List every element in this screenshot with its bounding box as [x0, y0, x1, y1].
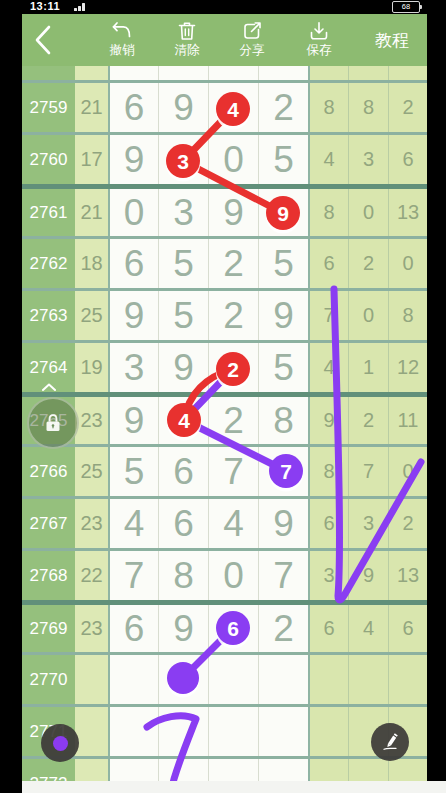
- digit-cell: 9: [158, 343, 208, 392]
- digit-cell: [258, 655, 308, 704]
- digit-cell: [158, 397, 208, 444]
- digit-cell: [208, 605, 258, 652]
- digit-cell: [108, 66, 158, 80]
- digit-cell: 5: [108, 447, 158, 496]
- clear-button[interactable]: 清除: [157, 19, 217, 63]
- stat-cell: 8: [308, 447, 348, 496]
- digit-cell: 2: [258, 83, 308, 132]
- stat-cell: [308, 655, 348, 704]
- digit-cell: 0: [208, 135, 258, 184]
- stat-cell: 9: [348, 551, 388, 600]
- digit-cell: 5: [258, 135, 308, 184]
- stat-cell: 3: [308, 551, 348, 600]
- table-row: 2764193954112: [22, 340, 427, 392]
- clear-label: 清除: [157, 43, 217, 57]
- digit-cell: 0: [208, 551, 258, 600]
- stat-cell: 7: [308, 291, 348, 340]
- stat-cell: 8: [348, 83, 388, 132]
- table-row: 2761210398013: [22, 184, 427, 236]
- sum-cell: [75, 655, 108, 704]
- stat-cell: 2: [388, 499, 427, 548]
- undo-button[interactable]: 撤销: [92, 19, 152, 63]
- digit-cell: 9: [258, 499, 308, 548]
- sum-cell: 23: [75, 499, 108, 548]
- bottom-sheet-edge: [22, 781, 446, 793]
- phone-screen: 13:11 68 撤销 清除: [0, 0, 446, 793]
- battery-icon: 68: [392, 1, 420, 13]
- period-cell: 2761: [22, 189, 75, 236]
- stat-cell: [308, 66, 348, 80]
- stat-cell: [348, 655, 388, 704]
- sum-cell: [75, 707, 108, 756]
- stat-cell: 13: [388, 189, 427, 236]
- digit-cell: [208, 655, 258, 704]
- stat-cell: [388, 655, 427, 704]
- digit-cell: [208, 343, 258, 392]
- period-cell: 2760: [22, 135, 75, 184]
- stat-cell: 0: [348, 291, 388, 340]
- digit-cell: 9: [108, 397, 158, 444]
- digit-cell: 8: [158, 551, 208, 600]
- stat-cell: 1: [348, 343, 388, 392]
- period-cell: 2763: [22, 291, 75, 340]
- period-cell: [22, 66, 75, 80]
- period-cell: 2768: [22, 551, 75, 600]
- digit-cell: 5: [258, 239, 308, 288]
- period-cell: 2762: [22, 239, 75, 288]
- trash-icon: [176, 20, 198, 42]
- digit-cell: [108, 655, 158, 704]
- table-row: 2770: [22, 652, 427, 704]
- stat-cell: [348, 66, 388, 80]
- undo-label: 撤销: [92, 43, 152, 57]
- clock: 13:11: [30, 0, 60, 12]
- sum-cell: 18: [75, 239, 108, 288]
- table-row: 276017905436: [22, 132, 427, 184]
- digit-cell: 9: [208, 189, 258, 236]
- digit-cell: 3: [158, 189, 208, 236]
- stat-cell: 6: [388, 605, 427, 652]
- table-row: [22, 66, 427, 80]
- digit-cell: 8: [258, 397, 308, 444]
- period-cell: 2764: [22, 343, 75, 392]
- sum-cell: 23: [75, 605, 108, 652]
- table-row: 276923692646: [22, 600, 427, 652]
- digit-cell: [258, 66, 308, 80]
- share-label: 分享: [222, 43, 282, 57]
- stat-cell: 0: [388, 447, 427, 496]
- digit-cell: 2: [208, 239, 258, 288]
- stat-cell: 0: [388, 239, 427, 288]
- share-icon: [241, 20, 263, 42]
- digit-cell: 7: [258, 551, 308, 600]
- digit-cell: [158, 135, 208, 184]
- lock-button[interactable]: [27, 397, 79, 449]
- stat-cell: 6: [388, 135, 427, 184]
- period-cell: 2770: [22, 655, 75, 704]
- digit-cell: [258, 447, 308, 496]
- digit-cell: 7: [208, 447, 258, 496]
- digit-cell: [258, 189, 308, 236]
- digit-cell: [258, 707, 308, 756]
- digit-cell: 5: [158, 291, 208, 340]
- pencil-icon: [379, 731, 401, 753]
- purple-color-swatch: [53, 736, 68, 751]
- stat-cell: 11: [388, 397, 427, 444]
- digit-cell: 3: [108, 343, 158, 392]
- period-cell: 2766: [22, 447, 75, 496]
- digit-cell: 2: [208, 291, 258, 340]
- period-cell: 2767: [22, 499, 75, 548]
- digit-cell: [208, 707, 258, 756]
- sum-cell: 21: [75, 83, 108, 132]
- back-button[interactable]: [34, 25, 52, 55]
- stat-cell: 3: [348, 135, 388, 184]
- stat-cell: 4: [308, 135, 348, 184]
- digit-cell: [158, 66, 208, 80]
- stat-cell: 6: [308, 605, 348, 652]
- stat-cell: [308, 707, 348, 756]
- stat-cell: [388, 66, 427, 80]
- digit-cell: 2: [208, 397, 258, 444]
- table-row: 2771: [22, 704, 427, 756]
- sum-cell: 17: [75, 135, 108, 184]
- stat-cell: 8: [308, 189, 348, 236]
- digit-cell: 6: [108, 83, 158, 132]
- signal-icon: [74, 3, 85, 11]
- sum-cell: [75, 66, 108, 80]
- digit-cell: [208, 83, 258, 132]
- table-row: 2767234649632: [22, 496, 427, 548]
- stat-cell: 2: [388, 83, 427, 132]
- stat-cell: 9: [308, 397, 348, 444]
- tutorial-button[interactable]: 教程: [362, 14, 422, 66]
- stat-cell: 13: [388, 551, 427, 600]
- period-cell: 2769: [22, 605, 75, 652]
- digit-cell: 9: [258, 291, 308, 340]
- sum-cell: 25: [75, 447, 108, 496]
- lock-icon: [42, 412, 64, 434]
- download-icon: [308, 20, 330, 42]
- status-bar: 13:11 68: [0, 0, 446, 14]
- app-window: 撤销 清除 分享: [22, 14, 427, 793]
- table-row: 275921692882: [22, 80, 427, 132]
- period-cell: 2759: [22, 83, 75, 132]
- digit-cell: 5: [258, 343, 308, 392]
- digit-cell: 0: [108, 189, 158, 236]
- pen-color-button[interactable]: [41, 724, 79, 762]
- digit-cell: 6: [108, 239, 158, 288]
- share-button[interactable]: 分享: [222, 19, 282, 63]
- digit-cell: 6: [158, 447, 208, 496]
- stat-cell: 4: [308, 343, 348, 392]
- sum-cell: 19: [75, 343, 108, 392]
- digit-cell: [208, 66, 258, 80]
- digit-cell: 7: [108, 551, 158, 600]
- stat-cell: 12: [388, 343, 427, 392]
- stat-cell: 6: [308, 499, 348, 548]
- digit-cell: 9: [158, 605, 208, 652]
- digit-cell: [108, 707, 158, 756]
- sum-cell: 23: [75, 397, 108, 444]
- stat-cell: 8: [388, 291, 427, 340]
- table-row: 276625567870: [22, 444, 427, 496]
- draw-tool-button[interactable]: [371, 723, 409, 761]
- sum-cell: 25: [75, 291, 108, 340]
- sum-cell: 21: [75, 189, 108, 236]
- sum-cell: 22: [75, 551, 108, 600]
- collapse-caret-icon[interactable]: [41, 383, 57, 391]
- digit-cell: 9: [108, 291, 158, 340]
- stat-cell: 7: [348, 447, 388, 496]
- digit-cell: 2: [258, 605, 308, 652]
- undo-icon: [111, 20, 133, 42]
- stat-cell: 0: [348, 189, 388, 236]
- save-button[interactable]: 保存: [289, 19, 349, 63]
- digit-cell: 4: [108, 499, 158, 548]
- digit-cell: [158, 655, 208, 704]
- toolbar: 撤销 清除 分享: [22, 14, 427, 66]
- stat-cell: 3: [348, 499, 388, 548]
- save-label: 保存: [289, 43, 349, 57]
- digit-cell: [158, 707, 208, 756]
- stat-cell: 8: [308, 83, 348, 132]
- digit-cell: 9: [108, 135, 158, 184]
- stat-cell: 6: [308, 239, 348, 288]
- digit-cell: 5: [158, 239, 208, 288]
- table-row: 2762186525620: [22, 236, 427, 288]
- digit-cell: 6: [108, 605, 158, 652]
- digit-cell: 6: [158, 499, 208, 548]
- table-row: 27682278073913: [22, 548, 427, 600]
- stat-cell: 4: [348, 605, 388, 652]
- table-row: 2765239289211: [22, 392, 427, 444]
- table-row: 2763259529708: [22, 288, 427, 340]
- digit-cell: 9: [158, 83, 208, 132]
- stat-cell: 2: [348, 239, 388, 288]
- trend-table[interactable]: 2759216928822760179054362761210398013276…: [22, 66, 427, 793]
- stat-cell: 2: [348, 397, 388, 444]
- digit-cell: 4: [208, 499, 258, 548]
